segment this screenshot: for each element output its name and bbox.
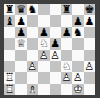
square-d3[interactable]: [38, 61, 49, 72]
white-piece-fill-f3: ♞: [61, 61, 72, 72]
square-b3[interactable]: [15, 61, 26, 72]
chess-diagram: ♜♛♞♜♚♝♟♟♟♟♟♟♞♛♕♞♘♟♟♙♟♙♟♙♞♘♟♙♜♖♟♙♟♙♜♖♝♗♚♔: [0, 0, 100, 98]
black-piece-d6: ♟: [38, 27, 49, 38]
square-g3[interactable]: [72, 61, 83, 72]
white-piece-f3: ♘: [61, 61, 72, 72]
square-c6[interactable]: [27, 27, 38, 38]
square-e7[interactable]: [50, 15, 61, 26]
black-piece-f8: ♜: [61, 4, 72, 15]
square-a7[interactable]: ♝: [4, 15, 15, 26]
white-piece-fill-a1: ♜: [4, 84, 15, 95]
white-piece-fill-g2: ♟: [72, 72, 83, 83]
square-c3[interactable]: ♟♙: [27, 61, 38, 72]
black-piece-h7: ♟: [84, 15, 95, 26]
square-e4[interactable]: ♟♙: [50, 50, 61, 61]
square-a1[interactable]: ♜♖: [4, 84, 15, 95]
square-c5[interactable]: [27, 38, 38, 49]
square-h3[interactable]: ♟♙: [84, 61, 95, 72]
white-piece-g1: ♔: [72, 84, 83, 95]
white-piece-fill-g1: ♚: [72, 84, 83, 95]
square-c4[interactable]: [27, 50, 38, 61]
white-piece-fill-c3: ♟: [27, 61, 38, 72]
white-piece-fill-a2: ♜: [4, 72, 15, 83]
black-piece-g7: ♟: [72, 15, 83, 26]
square-e6[interactable]: [50, 27, 61, 38]
white-piece-g2: ♙: [72, 72, 83, 83]
square-g6[interactable]: ♞: [72, 27, 83, 38]
square-d7[interactable]: [38, 15, 49, 26]
square-d6[interactable]: ♟: [38, 27, 49, 38]
square-d4[interactable]: ♟♙: [38, 50, 49, 61]
square-b6[interactable]: ♟: [15, 27, 26, 38]
white-piece-a2: ♖: [4, 72, 15, 83]
white-piece-f2: ♙: [61, 72, 72, 83]
square-g1[interactable]: ♚♔: [72, 84, 83, 95]
square-g8[interactable]: [72, 4, 83, 15]
square-f5[interactable]: [61, 38, 72, 49]
square-e8[interactable]: [50, 4, 61, 15]
black-piece-h8: ♚: [84, 4, 95, 15]
square-d1[interactable]: [38, 84, 49, 95]
square-f6[interactable]: ♟: [61, 27, 72, 38]
square-h8[interactable]: ♚: [84, 4, 95, 15]
white-piece-c1: ♗: [27, 84, 38, 95]
square-h7[interactable]: ♟: [84, 15, 95, 26]
chess-board: ♜♛♞♜♚♝♟♟♟♟♟♟♞♛♕♞♘♟♟♙♟♙♟♙♞♘♟♙♜♖♟♙♟♙♜♖♝♗♚♔: [4, 4, 95, 95]
white-piece-fill-c1: ♝: [27, 84, 38, 95]
square-a8[interactable]: ♜: [4, 4, 15, 15]
square-h2[interactable]: [84, 72, 95, 83]
square-d8[interactable]: [38, 4, 49, 15]
square-c2[interactable]: [27, 72, 38, 83]
square-f1[interactable]: [61, 84, 72, 95]
white-piece-d5: ♘: [38, 38, 49, 49]
square-h4[interactable]: [84, 50, 95, 61]
black-piece-b8: ♛: [15, 4, 26, 15]
square-f8[interactable]: ♜: [61, 4, 72, 15]
square-d2[interactable]: [38, 72, 49, 83]
square-a4[interactable]: [4, 50, 15, 61]
square-b5[interactable]: ♛♕: [15, 38, 26, 49]
square-c7[interactable]: [27, 15, 38, 26]
white-piece-fill-e4: ♟: [50, 50, 61, 61]
white-piece-fill-d4: ♟: [38, 50, 49, 61]
square-b4[interactable]: [15, 50, 26, 61]
black-piece-e5: ♟: [50, 38, 61, 49]
black-piece-b6: ♟: [15, 27, 26, 38]
square-g2[interactable]: ♟♙: [72, 72, 83, 83]
black-piece-c8: ♞: [27, 4, 38, 15]
black-piece-a7: ♝: [4, 15, 15, 26]
black-piece-f6: ♟: [61, 27, 72, 38]
white-piece-h3: ♙: [84, 61, 95, 72]
white-piece-b5: ♕: [15, 38, 26, 49]
white-piece-a1: ♖: [4, 84, 15, 95]
square-e2[interactable]: [50, 72, 61, 83]
square-b1[interactable]: [15, 84, 26, 95]
square-a5[interactable]: [4, 38, 15, 49]
black-piece-b7: ♟: [15, 15, 26, 26]
white-piece-fill-d5: ♞: [38, 38, 49, 49]
square-f2[interactable]: ♟♙: [61, 72, 72, 83]
square-e5[interactable]: ♟: [50, 38, 61, 49]
square-h6[interactable]: [84, 27, 95, 38]
square-a6[interactable]: [4, 27, 15, 38]
square-e1[interactable]: [50, 84, 61, 95]
white-piece-fill-f2: ♟: [61, 72, 72, 83]
square-h1[interactable]: [84, 84, 95, 95]
square-g7[interactable]: ♟: [72, 15, 83, 26]
square-g5[interactable]: [72, 38, 83, 49]
square-b8[interactable]: ♛: [15, 4, 26, 15]
square-c8[interactable]: ♞: [27, 4, 38, 15]
white-piece-fill-h3: ♟: [84, 61, 95, 72]
square-b7[interactable]: ♟: [15, 15, 26, 26]
square-b2[interactable]: [15, 72, 26, 83]
black-piece-g6: ♞: [72, 27, 83, 38]
square-c1[interactable]: ♝♗: [27, 84, 38, 95]
square-e3[interactable]: [50, 61, 61, 72]
square-f3[interactable]: ♞♘: [61, 61, 72, 72]
white-piece-c3: ♙: [27, 61, 38, 72]
white-piece-e4: ♙: [50, 50, 61, 61]
square-a3[interactable]: [4, 61, 15, 72]
square-h5[interactable]: [84, 38, 95, 49]
white-piece-d4: ♙: [38, 50, 49, 61]
square-g4[interactable]: [72, 50, 83, 61]
square-d5[interactable]: ♞♘: [38, 38, 49, 49]
square-a2[interactable]: ♜♖: [4, 72, 15, 83]
square-f7[interactable]: [61, 15, 72, 26]
square-f4[interactable]: [61, 50, 72, 61]
white-piece-fill-b5: ♛: [15, 38, 26, 49]
black-piece-a8: ♜: [4, 4, 15, 15]
